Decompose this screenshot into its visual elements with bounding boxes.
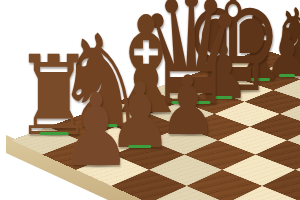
chess-set-photo: ♞♟♝♚♟♛♝♞♜♟♟♟ [0, 0, 300, 200]
pawn-a7: ♟ [60, 81, 132, 181]
chess-pieces-layer: ♞♟♝♚♟♛♝♞♜♟♟♟ [0, 0, 300, 200]
